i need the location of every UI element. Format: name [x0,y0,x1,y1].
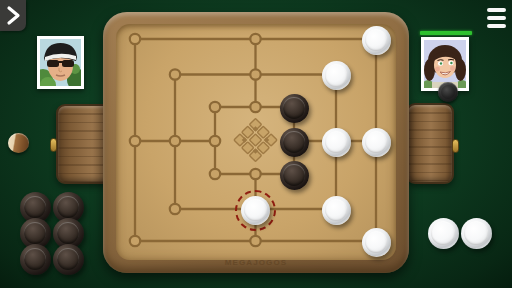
right-piece-tray [406,103,454,184]
black-piece-e5[interactable] [280,94,309,123]
point-d6[interactable] [244,63,268,87]
point-c3[interactable] [203,162,227,186]
point-a7[interactable] [123,27,147,51]
white-piece-f2[interactable] [322,196,351,225]
point-c4[interactable] [203,129,227,153]
point-b2[interactable] [163,197,187,221]
menu-button[interactable] [483,6,509,30]
white-piece-f6[interactable] [322,61,351,90]
white-reserve-piece-2[interactable] [461,218,492,249]
point-d1[interactable] [244,229,268,253]
point-c5[interactable] [203,95,227,119]
tray-handle-icon [50,138,57,152]
white-piece-g4[interactable] [362,128,391,157]
tray-handle-icon [452,139,459,153]
game-screen: MEGAJOGOS [0,0,512,288]
black-reserve-piece-5[interactable] [20,244,51,275]
point-b4[interactable] [163,129,187,153]
black-reserve-piece-6[interactable] [53,244,84,275]
white-piece-g7[interactable] [362,26,391,55]
point-a1[interactable] [123,229,147,253]
man-avatar-image [40,39,81,86]
black-piece-e3[interactable] [280,161,309,190]
watermark-text: MEGAJOGOS [103,258,409,267]
piece-color-indicator-icon [8,133,29,153]
hamburger-icon [487,8,506,12]
black-piece-e4[interactable] [280,128,309,157]
point-d3[interactable] [244,162,268,186]
point-d5[interactable] [244,95,268,119]
woman-avatar-image [424,40,466,88]
turn-indicator-bar [420,31,472,35]
chevron-right-icon [0,0,26,31]
back-button[interactable] [0,0,26,31]
point-a4[interactable] [123,129,147,153]
white-piece-d2[interactable] [241,196,270,225]
white-reserve-piece-1[interactable] [428,218,459,249]
point-d7[interactable] [244,27,268,51]
white-piece-g1[interactable] [362,228,391,257]
point-b6[interactable] [163,63,187,87]
black-piece-knob-icon [438,82,458,102]
white-piece-f4[interactable] [322,128,351,157]
left-player-avatar[interactable] [37,36,84,89]
